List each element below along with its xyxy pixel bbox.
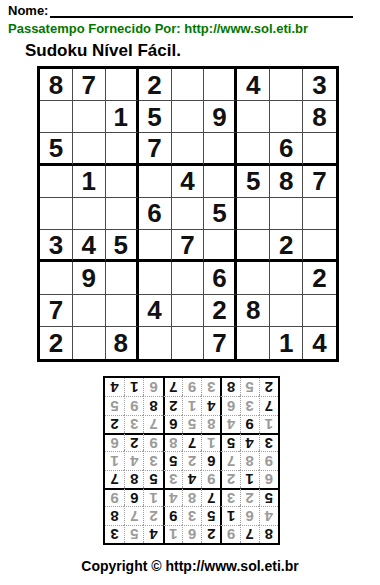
solution-cell: 1 (220, 506, 239, 524)
page-title: Sudoku Nível Fácil. (25, 41, 181, 61)
puzzle-cell[interactable] (106, 198, 139, 230)
solution-cell: 2 (201, 525, 220, 543)
puzzle-cell[interactable] (40, 198, 73, 230)
puzzle-cell: 2 (270, 230, 303, 262)
solution-cell: 3 (240, 396, 259, 414)
solution-cell: 4 (105, 378, 124, 396)
puzzle-cell[interactable] (106, 166, 139, 198)
solution-cell: 7 (259, 396, 278, 414)
puzzle-cell[interactable] (270, 101, 303, 133)
puzzle-cell[interactable] (237, 262, 270, 294)
solution-cell: 3 (220, 488, 239, 506)
puzzle-cell[interactable] (204, 166, 237, 198)
solution-cell: 5 (105, 396, 124, 414)
solution-cell: 9 (220, 525, 239, 543)
copyright-line: Copyright © http://www.sol.eti.br (0, 558, 380, 574)
puzzle-cell[interactable] (237, 230, 270, 262)
puzzle-cell: 7 (303, 166, 336, 198)
puzzle-cell[interactable] (40, 101, 73, 133)
solution-cell: 4 (182, 470, 201, 488)
puzzle-cell[interactable] (73, 101, 106, 133)
worksheet-page: Nome: Passatempo Fornecido Por: http://w… (0, 0, 380, 585)
puzzle-cell: 1 (73, 166, 106, 198)
solution-cell: 9 (105, 488, 124, 506)
puzzle-cell: 3 (303, 69, 336, 101)
solution-cell: 9 (182, 378, 201, 396)
solution-cell: 4 (201, 396, 220, 414)
solution-cell: 6 (163, 415, 182, 433)
solution-cell: 7 (240, 525, 259, 543)
solution-cell: 8 (105, 506, 124, 524)
puzzle-cell[interactable] (139, 166, 172, 198)
solution-cell: 6 (240, 506, 259, 524)
puzzle-cell: 2 (204, 295, 237, 327)
solution-cell: 6 (143, 378, 162, 396)
puzzle-cell[interactable] (303, 295, 336, 327)
solution-cell: 3 (143, 451, 162, 469)
puzzle-cell[interactable] (237, 101, 270, 133)
puzzle-cell[interactable] (172, 198, 205, 230)
solution-cell: 8 (240, 451, 259, 469)
puzzle-cell: 7 (73, 69, 106, 101)
puzzle-cell[interactable] (73, 327, 106, 359)
solution-cell: 1 (124, 378, 143, 396)
solution-cell: 9 (201, 470, 220, 488)
puzzle-cell: 8 (40, 69, 73, 101)
puzzle-cell[interactable] (106, 133, 139, 165)
solution-cell: 8 (143, 396, 162, 414)
puzzle-cell: 7 (40, 295, 73, 327)
puzzle-cell[interactable] (139, 262, 172, 294)
solution-cell: 1 (201, 433, 220, 451)
solution-cell: 8 (259, 525, 278, 543)
puzzle-cell: 5 (40, 133, 73, 165)
solution-cell: 7 (201, 488, 220, 506)
solution-cell: 3 (124, 415, 143, 433)
solution-cell: 8 (201, 415, 220, 433)
puzzle-cell[interactable] (73, 198, 106, 230)
puzzle-cell[interactable] (237, 133, 270, 165)
puzzle-cell: 2 (139, 69, 172, 101)
puzzle-cell[interactable] (106, 295, 139, 327)
solution-cell: 3 (182, 506, 201, 524)
name-label: Nome: (8, 3, 48, 18)
puzzle-cell[interactable] (237, 327, 270, 359)
solution-cell: 9 (259, 451, 278, 469)
solution-cell: 2 (240, 488, 259, 506)
puzzle-cell[interactable] (172, 133, 205, 165)
puzzle-cell[interactable] (40, 262, 73, 294)
solution-cell: 2 (105, 415, 124, 433)
solution-cell: 4 (240, 433, 259, 451)
solution-cell: 5 (220, 433, 239, 451)
puzzle-cell: 5 (204, 198, 237, 230)
puzzle-cell: 3 (40, 230, 73, 262)
solution-cell: 3 (201, 378, 220, 396)
sudoku-puzzle-grid: 872431598576145876534572962742828714 (37, 66, 339, 362)
solution-cell: 1 (240, 470, 259, 488)
puzzle-cell: 6 (204, 262, 237, 294)
puzzle-cell[interactable] (139, 230, 172, 262)
solution-cell: 3 (259, 433, 278, 451)
puzzle-cell: 7 (204, 327, 237, 359)
puzzle-cell[interactable] (40, 166, 73, 198)
solution-cell: 3 (105, 525, 124, 543)
solution-cell: 5 (182, 415, 201, 433)
solution-cell: 9 (240, 415, 259, 433)
solution-cell: 9 (124, 396, 143, 414)
puzzle-cell: 9 (73, 262, 106, 294)
solution-cell: 8 (163, 433, 182, 451)
puzzle-cell: 8 (303, 101, 336, 133)
puzzle-cell[interactable] (172, 101, 205, 133)
sudoku-solution-grid-rotated: 8792614534615392785237841696129435879876… (103, 376, 280, 545)
puzzle-cell[interactable] (237, 198, 270, 230)
solution-cell: 7 (182, 433, 201, 451)
solution-cell: 7 (143, 415, 162, 433)
solution-cell: 2 (182, 451, 201, 469)
solution-cell: 2 (259, 378, 278, 396)
solution-cell: 8 (182, 488, 201, 506)
solution-cell: 2 (124, 433, 143, 451)
puzzle-cell[interactable] (270, 295, 303, 327)
solution-cell: 6 (220, 396, 239, 414)
puzzle-cell: 4 (303, 327, 336, 359)
solution-cell: 1 (163, 525, 182, 543)
puzzle-cell: 9 (204, 101, 237, 133)
puzzle-cell: 8 (237, 295, 270, 327)
puzzle-cell[interactable] (204, 230, 237, 262)
solution-cell: 6 (124, 488, 143, 506)
puzzle-cell: 4 (172, 166, 205, 198)
puzzle-cell[interactable] (270, 262, 303, 294)
provider-line: Passatempo Fornecido Por: http://www.sol… (8, 21, 308, 36)
solution-cell: 8 (220, 378, 239, 396)
puzzle-cell: 2 (303, 262, 336, 294)
puzzle-cell: 4 (139, 295, 172, 327)
solution-cell: 7 (220, 451, 239, 469)
solution-cell: 5 (143, 470, 162, 488)
solution-cell: 5 (163, 451, 182, 469)
puzzle-cell[interactable] (172, 295, 205, 327)
solution-cell: 2 (143, 506, 162, 524)
solution-cell: 5 (124, 525, 143, 543)
puzzle-cell: 1 (106, 101, 139, 133)
solution-cell: 9 (163, 506, 182, 524)
puzzle-cell[interactable] (172, 327, 205, 359)
solution-cell: 4 (163, 488, 182, 506)
puzzle-cell[interactable] (303, 230, 336, 262)
solution-cell: 4 (143, 525, 162, 543)
puzzle-cell: 2 (40, 327, 73, 359)
solution-cell: 5 (259, 488, 278, 506)
solution-cell: 2 (163, 396, 182, 414)
puzzle-cell: 6 (270, 133, 303, 165)
puzzle-cell[interactable] (172, 69, 205, 101)
solution-cell: 4 (124, 451, 143, 469)
puzzle-cell[interactable] (303, 133, 336, 165)
solution-cell: 4 (220, 415, 239, 433)
solution-cell: 7 (105, 470, 124, 488)
puzzle-cell: 7 (172, 230, 205, 262)
solution-cell: 5 (240, 378, 259, 396)
puzzle-cell[interactable] (73, 295, 106, 327)
name-row: Nome: (8, 2, 353, 18)
puzzle-cell: 5 (237, 166, 270, 198)
puzzle-cell: 6 (139, 198, 172, 230)
solution-cell: 1 (259, 415, 278, 433)
puzzle-cell: 8 (270, 166, 303, 198)
solution-cell: 3 (163, 470, 182, 488)
solution-cell: 6 (259, 470, 278, 488)
puzzle-cell: 1 (270, 327, 303, 359)
puzzle-cell: 8 (106, 327, 139, 359)
puzzle-cell: 4 (73, 230, 106, 262)
solution-cell: 2 (220, 470, 239, 488)
solution-cell: 6 (105, 433, 124, 451)
puzzle-cell[interactable] (73, 133, 106, 165)
puzzle-cell: 4 (237, 69, 270, 101)
puzzle-cell[interactable] (106, 262, 139, 294)
solution-cell: 8 (124, 470, 143, 488)
solution-cell: 5 (201, 506, 220, 524)
puzzle-cell[interactable] (270, 69, 303, 101)
puzzle-cell[interactable] (106, 69, 139, 101)
solution-cell: 1 (105, 451, 124, 469)
solution-cell: 9 (143, 433, 162, 451)
puzzle-cell[interactable] (270, 198, 303, 230)
puzzle-cell: 5 (139, 101, 172, 133)
solution-cell: 4 (259, 506, 278, 524)
solution-cell: 1 (182, 396, 201, 414)
puzzle-cell[interactable] (204, 133, 237, 165)
solution-cell: 1 (143, 488, 162, 506)
solution-cell: 6 (201, 451, 220, 469)
puzzle-cell[interactable] (172, 262, 205, 294)
puzzle-cell[interactable] (139, 327, 172, 359)
puzzle-cell[interactable] (204, 69, 237, 101)
puzzle-cell[interactable] (303, 198, 336, 230)
solution-cell: 7 (163, 378, 182, 396)
solution-cell: 6 (182, 525, 201, 543)
name-fill-line[interactable] (50, 2, 353, 18)
puzzle-cell: 5 (106, 230, 139, 262)
solution-cell: 7 (124, 506, 143, 524)
puzzle-cell: 7 (139, 133, 172, 165)
